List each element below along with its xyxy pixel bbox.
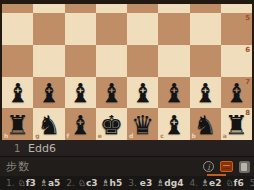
file-label-h: h xyxy=(4,132,8,139)
square-c5[interactable] xyxy=(158,13,189,45)
square-h6[interactable] xyxy=(2,45,33,77)
square-b5[interactable] xyxy=(190,13,221,45)
move-number: 2. xyxy=(66,178,75,188)
file-label-g: g xyxy=(35,132,39,139)
square-b8[interactable]: ♞b xyxy=(190,108,221,140)
square-h7[interactable]: ♝ xyxy=(2,77,33,109)
square-g7[interactable]: ♝ xyxy=(33,77,64,109)
moves-label: 步数 xyxy=(6,159,30,174)
square-f6[interactable] xyxy=(65,45,96,77)
square-d6[interactable] xyxy=(127,45,158,77)
move-black[interactable]: ♘f6 xyxy=(225,178,243,188)
black-bishop: ♝ xyxy=(65,78,96,109)
square-c6[interactable] xyxy=(158,45,189,77)
file-label-c: c xyxy=(160,132,164,139)
move-number: 3. xyxy=(128,178,137,188)
square-b7[interactable]: ♝ xyxy=(190,77,221,109)
black-bishop: ♝ xyxy=(33,78,64,109)
square-e6[interactable] xyxy=(96,45,127,77)
move-black[interactable]: ♗h5 xyxy=(102,178,123,188)
active-tab-underline xyxy=(207,174,226,176)
square-h4[interactable] xyxy=(2,4,33,13)
rank-label-5: 5 xyxy=(245,14,250,22)
file-label-d: d xyxy=(129,132,133,139)
black-bishop: ♝ xyxy=(65,110,96,141)
square-h8[interactable]: ♜h xyxy=(2,108,33,140)
square-a6[interactable]: 6 xyxy=(221,45,252,77)
rank-label-6: 6 xyxy=(245,46,250,54)
move-number: 5. xyxy=(250,178,254,188)
black-bishop: ♝ xyxy=(127,78,158,109)
file-label-e: e xyxy=(98,132,102,139)
square-c4[interactable] xyxy=(158,4,189,13)
square-g6[interactable] xyxy=(33,45,64,77)
file-label-b: b xyxy=(192,132,196,139)
square-f7[interactable]: ♝ xyxy=(65,77,96,109)
rank-label-8: 8 xyxy=(245,109,250,117)
left-edge-bar xyxy=(0,0,2,140)
move-white[interactable]: ♘f3 xyxy=(18,178,36,188)
bottom-panel: 1 Edd6 步数 i 1. ♘f3 ♗a5 2. ♘c3 ♗h5 3. e3 … xyxy=(0,140,254,190)
current-move-text: Edd6 xyxy=(28,142,56,155)
square-a8[interactable]: ♜8a xyxy=(221,108,252,140)
square-f4[interactable] xyxy=(65,4,96,13)
chess-board[interactable]: 56♝♝♝♝♝♝♝♝7♜h♞g♝f♚e♛d♝c♞b♜8a xyxy=(2,4,252,140)
square-b4[interactable] xyxy=(190,4,221,13)
square-f5[interactable] xyxy=(65,13,96,45)
square-g8[interactable]: ♞g xyxy=(33,108,64,140)
move-number: 1. xyxy=(6,178,15,188)
move-white[interactable]: ♗e2 xyxy=(201,178,221,188)
box-icon[interactable] xyxy=(220,161,233,172)
book-icon[interactable] xyxy=(239,161,250,173)
square-e8[interactable]: ♚e xyxy=(96,108,127,140)
move-list[interactable]: 1. ♘f3 ♗a5 2. ♘c3 ♗h5 3. e3 ♗dg4 4. ♗e2 … xyxy=(0,176,254,189)
black-bishop: ♝ xyxy=(190,78,221,109)
square-g5[interactable] xyxy=(33,13,64,45)
move-black[interactable]: ♗dg4 xyxy=(156,178,183,188)
move-number: 4. xyxy=(189,178,198,188)
square-c8[interactable]: ♝c xyxy=(158,108,189,140)
file-label-a: a xyxy=(223,132,227,139)
square-e7[interactable]: ♝ xyxy=(96,77,127,109)
square-b6[interactable] xyxy=(190,45,221,77)
square-g4[interactable] xyxy=(33,4,64,13)
square-d8[interactable]: ♛d xyxy=(127,108,158,140)
square-e5[interactable] xyxy=(96,13,127,45)
square-h5[interactable] xyxy=(2,13,33,45)
current-move-number: 1 xyxy=(14,143,28,154)
move-white[interactable]: ♘c3 xyxy=(78,178,98,188)
file-label-f: f xyxy=(67,132,70,139)
black-bishop: ♝ xyxy=(158,78,189,109)
square-d5[interactable] xyxy=(127,13,158,45)
square-e4[interactable] xyxy=(96,4,127,13)
square-a4[interactable] xyxy=(221,4,252,13)
square-d4[interactable] xyxy=(127,4,158,13)
right-edge-bar xyxy=(252,0,254,140)
info-icon[interactable]: i xyxy=(203,161,214,172)
black-bishop: ♝ xyxy=(2,78,33,109)
current-move-row[interactable]: 1 Edd6 xyxy=(0,140,254,157)
black-bishop: ♝ xyxy=(96,78,127,109)
move-white[interactable]: e3 xyxy=(140,178,152,188)
rank-label-7: 7 xyxy=(245,78,250,86)
square-c7[interactable]: ♝ xyxy=(158,77,189,109)
moves-header-row: 步数 i xyxy=(0,157,254,176)
move-black[interactable]: ♗a5 xyxy=(40,178,60,188)
app-frame: 56♝♝♝♝♝♝♝♝7♜h♞g♝f♚e♛d♝c♞b♜8a 1 Edd6 步数 i… xyxy=(0,0,254,190)
square-a5[interactable]: 5 xyxy=(221,13,252,45)
square-a7[interactable]: ♝7 xyxy=(221,77,252,109)
square-d7[interactable]: ♝ xyxy=(127,77,158,109)
square-f8[interactable]: ♝f xyxy=(65,108,96,140)
